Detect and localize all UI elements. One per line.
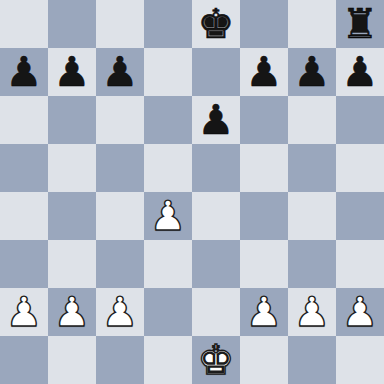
square-c6[interactable]: [96, 96, 144, 144]
square-g3[interactable]: [288, 240, 336, 288]
square-a3[interactable]: [0, 240, 48, 288]
square-g7[interactable]: ♟: [288, 48, 336, 96]
square-h6[interactable]: [336, 96, 384, 144]
black-pawn[interactable]: ♟: [336, 48, 384, 96]
square-h5[interactable]: [336, 144, 384, 192]
white-pawn[interactable]: ♟: [144, 192, 192, 240]
white-king[interactable]: ♚: [192, 336, 240, 384]
square-a6[interactable]: [0, 96, 48, 144]
square-a4[interactable]: [0, 192, 48, 240]
square-b2[interactable]: ♟: [48, 288, 96, 336]
square-c7[interactable]: ♟: [96, 48, 144, 96]
square-e2[interactable]: [192, 288, 240, 336]
square-c3[interactable]: [96, 240, 144, 288]
square-e8[interactable]: ♚: [192, 0, 240, 48]
square-c5[interactable]: [96, 144, 144, 192]
square-b5[interactable]: [48, 144, 96, 192]
square-d3[interactable]: [144, 240, 192, 288]
square-g8[interactable]: [288, 0, 336, 48]
square-a5[interactable]: [0, 144, 48, 192]
square-f3[interactable]: [240, 240, 288, 288]
square-b1[interactable]: [48, 336, 96, 384]
square-h8[interactable]: ♜: [336, 0, 384, 48]
square-d1[interactable]: [144, 336, 192, 384]
square-d4[interactable]: ♟: [144, 192, 192, 240]
black-pawn[interactable]: ♟: [0, 48, 48, 96]
square-g2[interactable]: ♟: [288, 288, 336, 336]
square-f6[interactable]: [240, 96, 288, 144]
white-pawn[interactable]: ♟: [96, 288, 144, 336]
square-c1[interactable]: [96, 336, 144, 384]
square-f2[interactable]: ♟: [240, 288, 288, 336]
square-d6[interactable]: [144, 96, 192, 144]
square-a8[interactable]: [0, 0, 48, 48]
square-f4[interactable]: [240, 192, 288, 240]
white-pawn[interactable]: ♟: [240, 288, 288, 336]
square-g5[interactable]: [288, 144, 336, 192]
square-h7[interactable]: ♟: [336, 48, 384, 96]
square-a2[interactable]: ♟: [0, 288, 48, 336]
square-c2[interactable]: ♟: [96, 288, 144, 336]
black-pawn[interactable]: ♟: [192, 96, 240, 144]
square-f5[interactable]: [240, 144, 288, 192]
square-d2[interactable]: [144, 288, 192, 336]
square-e7[interactable]: [192, 48, 240, 96]
square-b4[interactable]: [48, 192, 96, 240]
square-c8[interactable]: [96, 0, 144, 48]
white-pawn[interactable]: ♟: [336, 288, 384, 336]
square-b6[interactable]: [48, 96, 96, 144]
square-a1[interactable]: [0, 336, 48, 384]
white-pawn[interactable]: ♟: [288, 288, 336, 336]
white-pawn[interactable]: ♟: [0, 288, 48, 336]
square-d7[interactable]: [144, 48, 192, 96]
square-g4[interactable]: [288, 192, 336, 240]
chess-board: ♚♜♟♟♟♟♟♟♟♟♟♟♟♟♟♟♚: [0, 0, 384, 384]
black-pawn[interactable]: ♟: [48, 48, 96, 96]
square-e1[interactable]: ♚: [192, 336, 240, 384]
square-g1[interactable]: [288, 336, 336, 384]
white-pawn[interactable]: ♟: [48, 288, 96, 336]
square-b3[interactable]: [48, 240, 96, 288]
square-e4[interactable]: [192, 192, 240, 240]
square-c4[interactable]: [96, 192, 144, 240]
square-g6[interactable]: [288, 96, 336, 144]
square-d8[interactable]: [144, 0, 192, 48]
black-pawn[interactable]: ♟: [288, 48, 336, 96]
square-e5[interactable]: [192, 144, 240, 192]
square-b7[interactable]: ♟: [48, 48, 96, 96]
square-d5[interactable]: [144, 144, 192, 192]
square-a7[interactable]: ♟: [0, 48, 48, 96]
square-h4[interactable]: [336, 192, 384, 240]
black-pawn[interactable]: ♟: [240, 48, 288, 96]
square-h1[interactable]: [336, 336, 384, 384]
square-h2[interactable]: ♟: [336, 288, 384, 336]
black-rook[interactable]: ♜: [336, 0, 384, 48]
square-h3[interactable]: [336, 240, 384, 288]
square-f8[interactable]: [240, 0, 288, 48]
square-f1[interactable]: [240, 336, 288, 384]
square-f7[interactable]: ♟: [240, 48, 288, 96]
black-king[interactable]: ♚: [192, 0, 240, 48]
square-e6[interactable]: ♟: [192, 96, 240, 144]
black-pawn[interactable]: ♟: [96, 48, 144, 96]
square-e3[interactable]: [192, 240, 240, 288]
square-b8[interactable]: [48, 0, 96, 48]
